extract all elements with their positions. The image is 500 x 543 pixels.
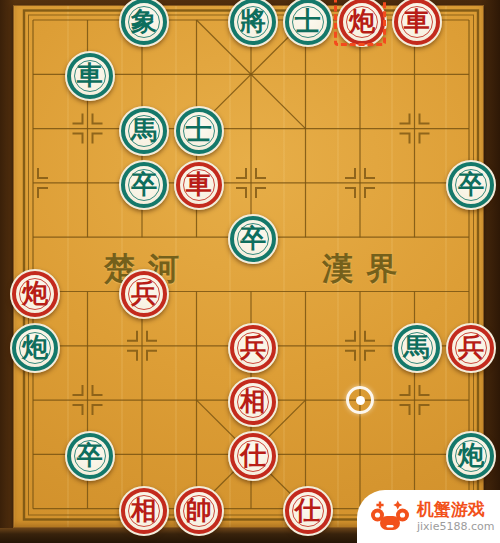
piece-glyph: 將 — [240, 4, 266, 39]
piece-glyph: 卒 — [240, 221, 266, 256]
piece-glyph: 仕 — [295, 493, 321, 528]
piece-black-horse[interactable]: 馬 — [392, 323, 442, 373]
piece-black-soldier[interactable]: 卒 — [446, 160, 496, 210]
piece-glyph: 士 — [186, 113, 212, 148]
move-origin-marker — [346, 386, 374, 414]
piece-glyph: 兵 — [240, 330, 266, 365]
piece-red-cannon[interactable]: 炮 — [10, 269, 60, 319]
piece-black-cannon[interactable]: 炮 — [446, 431, 496, 481]
watermark: 机蟹游戏 jixie5188.com — [357, 490, 500, 543]
piece-glyph: 車 — [77, 58, 103, 93]
piece-glyph: 車 — [404, 4, 430, 39]
piece-glyph: 馬 — [404, 330, 430, 365]
piece-glyph: 兵 — [131, 276, 157, 311]
piece-black-chariot[interactable]: 車 — [65, 51, 115, 101]
piece-glyph: 卒 — [131, 167, 157, 202]
piece-glyph: 車 — [186, 167, 212, 202]
piece-black-soldier[interactable]: 卒 — [65, 431, 115, 481]
piece-red-chariot[interactable]: 車 — [392, 0, 442, 47]
piece-glyph: 卒 — [458, 167, 484, 202]
piece-black-soldier[interactable]: 卒 — [119, 160, 169, 210]
piece-black-advisor[interactable]: 士 — [283, 0, 333, 47]
piece-glyph: 士 — [295, 4, 321, 39]
piece-red-soldier[interactable]: 兵 — [228, 323, 278, 373]
piece-glyph: 炮 — [458, 438, 484, 473]
piece-glyph: 帥 — [186, 493, 212, 528]
piece-black-advisor[interactable]: 士 — [174, 106, 224, 156]
piece-glyph: 卒 — [77, 438, 103, 473]
piece-glyph: 仕 — [240, 438, 266, 473]
piece-red-chariot[interactable]: 車 — [174, 160, 224, 210]
watermark-title: 机蟹游戏 — [417, 501, 494, 519]
piece-glyph: 象 — [131, 4, 157, 39]
piece-glyph: 兵 — [458, 330, 484, 365]
piece-red-soldier[interactable]: 兵 — [446, 323, 496, 373]
piece-red-soldier[interactable]: 兵 — [119, 269, 169, 319]
xiangqi-app: 楚河 漢界 象將士車馬士卒卒卒炮馬卒炮炮車車炮兵兵兵相仕相帥仕 机蟹游戏 jix… — [0, 0, 500, 543]
piece-red-elephant[interactable]: 相 — [119, 486, 169, 536]
piece-glyph: 相 — [240, 384, 266, 419]
piece-glyph: 相 — [131, 493, 157, 528]
piece-red-general[interactable]: 帥 — [174, 486, 224, 536]
piece-red-advisor[interactable]: 仕 — [283, 486, 333, 536]
piece-black-cannon[interactable]: 炮 — [10, 323, 60, 373]
piece-glyph: 炮 — [22, 276, 48, 311]
piece-glyph: 馬 — [131, 113, 157, 148]
crab-icon — [370, 499, 410, 535]
piece-black-horse[interactable]: 馬 — [119, 106, 169, 156]
piece-glyph: 炮 — [349, 4, 375, 39]
piece-black-soldier[interactable]: 卒 — [228, 214, 278, 264]
watermark-url: jixie5188.com — [417, 521, 494, 533]
piece-glyph: 炮 — [22, 330, 48, 365]
piece-red-elephant[interactable]: 相 — [228, 377, 278, 427]
